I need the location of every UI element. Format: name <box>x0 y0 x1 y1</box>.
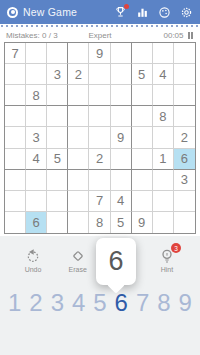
key-preview-popup: 6 <box>96 238 136 285</box>
cell-r6c8[interactable]: 1 <box>153 149 174 170</box>
cell-r7c7[interactable] <box>132 170 153 191</box>
cell-r7c4[interactable] <box>68 170 89 191</box>
cell-r7c3[interactable] <box>47 170 68 191</box>
cell-r4c8[interactable]: 8 <box>153 106 174 127</box>
cell-r2c2[interactable] <box>26 64 47 85</box>
cell-r2c7[interactable]: 5 <box>132 64 153 85</box>
cell-r1c9[interactable] <box>174 43 195 64</box>
cell-r1c6[interactable] <box>111 43 132 64</box>
cell-r9c3[interactable] <box>47 212 68 233</box>
cell-r9c6[interactable]: 5 <box>111 212 132 233</box>
cell-r6c6[interactable] <box>111 149 132 170</box>
cell-r5c5[interactable] <box>89 127 110 148</box>
timer-label: 00:05 <box>163 31 183 40</box>
cell-r7c8[interactable] <box>153 170 174 191</box>
cell-r6c4[interactable] <box>68 149 89 170</box>
cell-r3c6[interactable] <box>111 85 132 106</box>
cell-r6c1[interactable] <box>5 149 26 170</box>
cell-r1c2[interactable] <box>26 43 47 64</box>
cell-r4c4[interactable] <box>68 106 89 127</box>
difficulty-label: Expert <box>69 31 132 40</box>
cell-r6c5[interactable]: 2 <box>89 149 110 170</box>
cell-r3c8[interactable] <box>153 85 174 106</box>
record-target-icon <box>7 7 18 18</box>
number-pad: 123456789 <box>0 290 200 316</box>
cell-r6c7[interactable] <box>132 149 153 170</box>
cell-r6c2[interactable]: 4 <box>26 149 47 170</box>
new-game-label: New Game <box>23 6 77 18</box>
cell-r2c3[interactable]: 3 <box>47 64 68 85</box>
cell-r3c7[interactable] <box>132 85 153 106</box>
cell-r5c1[interactable] <box>5 127 26 148</box>
cell-r3c2[interactable]: 8 <box>26 85 47 106</box>
cell-r2c9[interactable] <box>174 64 195 85</box>
cell-r1c7[interactable] <box>132 43 153 64</box>
numpad-1[interactable]: 1 <box>5 290 25 316</box>
new-game-button[interactable]: New Game <box>7 6 77 18</box>
cell-r1c4[interactable] <box>68 43 89 64</box>
cell-r8c3[interactable] <box>47 191 68 212</box>
cell-r4c6[interactable] <box>111 106 132 127</box>
cell-r4c3[interactable] <box>47 106 68 127</box>
cell-r1c3[interactable] <box>47 43 68 64</box>
top-bar: New Game <box>0 0 200 24</box>
theme-palette-icon <box>158 6 171 19</box>
theme-button[interactable] <box>158 6 171 19</box>
board-wrapper: 79325488392452163746859 <box>0 42 200 234</box>
sudoku-app: New Game <box>0 0 200 355</box>
hint-badge: 3 <box>171 243 181 253</box>
cell-r4c5[interactable] <box>89 106 110 127</box>
cell-r8c6[interactable]: 4 <box>111 191 132 212</box>
pause-button[interactable] <box>187 31 195 40</box>
cell-r3c3[interactable] <box>47 85 68 106</box>
cell-r7c2[interactable] <box>26 170 47 191</box>
cell-r9c1[interactable] <box>5 212 26 233</box>
numpad-9[interactable]: 9 <box>175 290 195 316</box>
cell-r5c4[interactable] <box>68 127 89 148</box>
cell-r4c1[interactable] <box>5 106 26 127</box>
trophy-button[interactable] <box>114 6 127 19</box>
cell-r8c2[interactable] <box>26 191 47 212</box>
cell-r1c8[interactable] <box>153 43 174 64</box>
cell-r8c7[interactable] <box>132 191 153 212</box>
cell-r1c5[interactable]: 9 <box>89 43 110 64</box>
cell-r5c3[interactable] <box>47 127 68 148</box>
cell-r2c8[interactable]: 4 <box>153 64 174 85</box>
cell-r7c6[interactable] <box>111 170 132 191</box>
cell-r2c5[interactable] <box>89 64 110 85</box>
erase-button[interactable]: Erase <box>61 248 95 273</box>
cell-r3c4[interactable] <box>68 85 89 106</box>
cell-r3c1[interactable] <box>5 85 26 106</box>
numpad-8[interactable]: 8 <box>154 290 174 316</box>
cell-r8c9[interactable] <box>174 191 195 212</box>
numpad-3[interactable]: 3 <box>47 290 67 316</box>
cell-r5c2[interactable]: 3 <box>26 127 47 148</box>
cell-r8c8[interactable] <box>153 191 174 212</box>
gear-icon <box>180 6 193 19</box>
cell-r9c5[interactable]: 8 <box>89 212 110 233</box>
cell-r5c8[interactable] <box>153 127 174 148</box>
cell-r2c6[interactable] <box>111 64 132 85</box>
cell-r2c1[interactable] <box>5 64 26 85</box>
cell-r5c7[interactable] <box>132 127 153 148</box>
cell-r9c2[interactable]: 6 <box>26 212 47 233</box>
cell-r9c8[interactable] <box>153 212 174 233</box>
cell-r5c6[interactable]: 9 <box>111 127 132 148</box>
cell-r7c9[interactable]: 3 <box>174 170 195 191</box>
cell-r1c1[interactable]: 7 <box>5 43 26 64</box>
undo-icon <box>25 248 41 264</box>
status-row: Mistakes: 0 / 3 Expert 00:05 <box>0 28 200 42</box>
undo-button[interactable]: Undo <box>16 248 50 273</box>
cell-r9c4[interactable] <box>68 212 89 233</box>
popup-digit: 6 <box>108 246 123 277</box>
numpad-4[interactable]: 4 <box>69 290 89 316</box>
cell-r9c9[interactable] <box>174 212 195 233</box>
cell-r3c5[interactable] <box>89 85 110 106</box>
cell-r6c9[interactable]: 6 <box>174 149 195 170</box>
eraser-icon <box>70 248 86 264</box>
cell-r2c4[interactable]: 2 <box>68 64 89 85</box>
hint-label: Hint <box>161 266 173 273</box>
notification-dot <box>124 4 129 9</box>
numpad-2[interactable]: 2 <box>26 290 46 316</box>
statistics-button[interactable] <box>136 6 149 19</box>
bar-chart-icon <box>136 6 149 19</box>
cell-r4c9[interactable] <box>174 106 195 127</box>
cell-r9c7[interactable]: 9 <box>132 212 153 233</box>
cell-r8c1[interactable] <box>5 191 26 212</box>
cell-r3c9[interactable] <box>174 85 195 106</box>
cell-r7c5[interactable] <box>89 170 110 191</box>
hint-button[interactable]: Hint 3 <box>150 248 184 273</box>
cell-r8c4[interactable] <box>68 191 89 212</box>
cell-r7c1[interactable] <box>5 170 26 191</box>
mistakes-label: Mistakes: 0 / 3 <box>6 31 69 40</box>
numpad-5[interactable]: 5 <box>90 290 110 316</box>
undo-label: Undo <box>25 266 42 273</box>
cell-r4c7[interactable] <box>132 106 153 127</box>
cell-r4c2[interactable] <box>26 106 47 127</box>
top-bar-icons <box>114 6 193 19</box>
cell-r8c5[interactable]: 7 <box>89 191 110 212</box>
settings-button[interactable] <box>180 6 193 19</box>
erase-label: Erase <box>69 266 87 273</box>
sudoku-board: 79325488392452163746859 <box>4 42 196 234</box>
pause-icon <box>188 32 190 39</box>
cell-r5c9[interactable]: 2 <box>174 127 195 148</box>
numpad-7[interactable]: 7 <box>133 290 153 316</box>
cell-r6c3[interactable]: 5 <box>47 149 68 170</box>
numpad-6[interactable]: 6 <box>111 290 131 316</box>
